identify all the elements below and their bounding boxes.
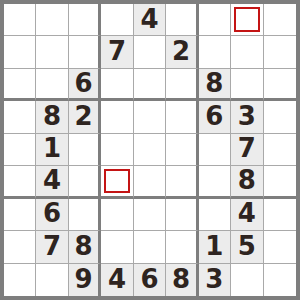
sudoku-cell-r2c9[interactable] — [264, 36, 296, 68]
sudoku-cell-r1c5[interactable]: 4 — [134, 4, 166, 36]
sudoku-cell-r8c6[interactable] — [166, 231, 198, 263]
given-digit: 8 — [238, 167, 256, 193]
sudoku-cell-r8c5[interactable] — [134, 231, 166, 263]
highlight-frame — [234, 7, 259, 32]
given-digit: 1 — [205, 233, 223, 259]
given-digit: 4 — [43, 167, 61, 193]
sudoku-cell-r6c2[interactable]: 4 — [36, 166, 68, 198]
sudoku-cell-r1c8[interactable] — [231, 4, 263, 36]
sudoku-cell-r7c6[interactable] — [166, 199, 198, 231]
sudoku-cell-r8c3[interactable]: 8 — [69, 231, 101, 263]
sudoku-cell-r4c7[interactable]: 6 — [199, 101, 231, 133]
sudoku-cell-r2c1[interactable] — [4, 36, 36, 68]
sudoku-cell-r5c5[interactable] — [134, 134, 166, 166]
given-digit: 7 — [238, 135, 256, 161]
sudoku-cell-r4c8[interactable]: 3 — [231, 101, 263, 133]
sudoku-cell-r9c2[interactable] — [36, 264, 68, 296]
given-digit: 6 — [75, 70, 93, 96]
sudoku-cell-r1c2[interactable] — [36, 4, 68, 36]
sudoku-cell-r8c9[interactable] — [264, 231, 296, 263]
given-digit: 3 — [205, 266, 223, 292]
sudoku-cell-r5c8[interactable]: 7 — [231, 134, 263, 166]
sudoku-cell-r9c5[interactable]: 6 — [134, 264, 166, 296]
sudoku-cell-r6c4[interactable] — [101, 166, 133, 198]
sudoku-cell-r4c1[interactable] — [4, 101, 36, 133]
sudoku-cell-r7c1[interactable] — [4, 199, 36, 231]
sudoku-cell-r1c7[interactable] — [199, 4, 231, 36]
sudoku-cell-r7c3[interactable] — [69, 199, 101, 231]
sudoku-cell-r5c6[interactable] — [166, 134, 198, 166]
sudoku-cell-r9c3[interactable]: 9 — [69, 264, 101, 296]
sudoku-cell-r7c5[interactable] — [134, 199, 166, 231]
sudoku-cell-r2c3[interactable] — [69, 36, 101, 68]
sudoku-cell-r6c3[interactable] — [69, 166, 101, 198]
sudoku-cell-r7c7[interactable] — [199, 199, 231, 231]
sudoku-cell-r1c3[interactable] — [69, 4, 101, 36]
sudoku-cell-r5c2[interactable]: 1 — [36, 134, 68, 166]
given-digit: 3 — [238, 103, 256, 129]
given-digit: 4 — [108, 266, 126, 292]
sudoku-cell-r2c6[interactable]: 2 — [166, 36, 198, 68]
sudoku-cell-r4c6[interactable] — [166, 101, 198, 133]
sudoku-cell-r8c8[interactable]: 5 — [231, 231, 263, 263]
sudoku-cell-r4c3[interactable]: 2 — [69, 101, 101, 133]
sudoku-cell-r3c9[interactable] — [264, 69, 296, 101]
sudoku-cell-r6c5[interactable] — [134, 166, 166, 198]
sudoku-cell-r8c2[interactable]: 7 — [36, 231, 68, 263]
sudoku-cell-r9c4[interactable]: 4 — [101, 264, 133, 296]
sudoku-cell-r1c6[interactable] — [166, 4, 198, 36]
sudoku-cell-r3c3[interactable]: 6 — [69, 69, 101, 101]
given-digit: 5 — [238, 233, 256, 259]
sudoku-cell-r2c8[interactable] — [231, 36, 263, 68]
sudoku-cell-r3c2[interactable] — [36, 69, 68, 101]
given-digit: 4 — [238, 200, 256, 226]
given-digit: 2 — [75, 103, 93, 129]
given-digit: 7 — [108, 38, 126, 64]
sudoku-cell-r3c1[interactable] — [4, 69, 36, 101]
sudoku-cell-r7c8[interactable]: 4 — [231, 199, 263, 231]
given-digit: 9 — [75, 266, 93, 292]
sudoku-cell-r2c2[interactable] — [36, 36, 68, 68]
sudoku-cell-r8c1[interactable] — [4, 231, 36, 263]
sudoku-board: 472688263174864781594683 — [0, 0, 300, 300]
sudoku-cell-r8c4[interactable] — [101, 231, 133, 263]
sudoku-cell-r9c8[interactable] — [231, 264, 263, 296]
sudoku-cell-r5c3[interactable] — [69, 134, 101, 166]
given-digit: 7 — [43, 233, 61, 259]
given-digit: 2 — [172, 38, 190, 64]
given-digit: 4 — [140, 6, 158, 32]
sudoku-cell-r9c7[interactable]: 3 — [199, 264, 231, 296]
sudoku-cell-r6c9[interactable] — [264, 166, 296, 198]
sudoku-cell-r6c1[interactable] — [4, 166, 36, 198]
sudoku-cell-r3c5[interactable] — [134, 69, 166, 101]
given-digit: 6 — [205, 103, 223, 129]
sudoku-cell-r2c4[interactable]: 7 — [101, 36, 133, 68]
given-digit: 8 — [43, 103, 61, 129]
sudoku-cell-r4c4[interactable] — [101, 101, 133, 133]
highlight-frame — [104, 169, 129, 192]
sudoku-cell-r4c9[interactable] — [264, 101, 296, 133]
sudoku-cell-r7c4[interactable] — [101, 199, 133, 231]
sudoku-cell-r7c9[interactable] — [264, 199, 296, 231]
sudoku-cell-r5c7[interactable] — [199, 134, 231, 166]
sudoku-cell-r5c4[interactable] — [101, 134, 133, 166]
sudoku-cell-r7c2[interactable]: 6 — [36, 199, 68, 231]
sudoku-cell-r9c6[interactable]: 8 — [166, 264, 198, 296]
sudoku-cell-r3c7[interactable]: 8 — [199, 69, 231, 101]
given-digit: 8 — [75, 233, 93, 259]
sudoku-cell-r4c2[interactable]: 8 — [36, 101, 68, 133]
sudoku-cell-r3c8[interactable] — [231, 69, 263, 101]
sudoku-cell-r9c9[interactable] — [264, 264, 296, 296]
given-digit: 8 — [205, 70, 223, 96]
sudoku-cell-r1c1[interactable] — [4, 4, 36, 36]
given-digit: 6 — [140, 266, 158, 292]
sudoku-cell-r6c8[interactable]: 8 — [231, 166, 263, 198]
sudoku-cell-r9c1[interactable] — [4, 264, 36, 296]
sudoku-cell-r1c9[interactable] — [264, 4, 296, 36]
sudoku-cell-r2c5[interactable] — [134, 36, 166, 68]
sudoku-cell-r5c1[interactable] — [4, 134, 36, 166]
sudoku-cell-r3c4[interactable] — [101, 69, 133, 101]
sudoku-cell-r2c7[interactable] — [199, 36, 231, 68]
given-digit: 6 — [43, 200, 61, 226]
sudoku-cell-r5c9[interactable] — [264, 134, 296, 166]
given-digit: 8 — [172, 266, 190, 292]
sudoku-cell-r3c6[interactable] — [166, 69, 198, 101]
sudoku-cell-r8c7[interactable]: 1 — [199, 231, 231, 263]
sudoku-cell-r1c4[interactable] — [101, 4, 133, 36]
sudoku-cell-r4c5[interactable] — [134, 101, 166, 133]
sudoku-cell-r6c6[interactable] — [166, 166, 198, 198]
given-digit: 1 — [43, 135, 61, 161]
sudoku-cell-r6c7[interactable] — [199, 166, 231, 198]
